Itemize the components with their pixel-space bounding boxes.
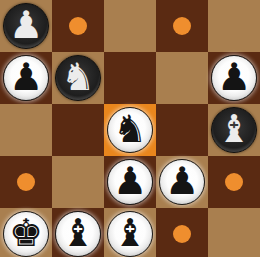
square-r3c3[interactable]: ♟ [156, 156, 208, 208]
black-king-disc[interactable]: ♚ [3, 211, 49, 257]
white-pawn-icon: ♟ [9, 6, 43, 44]
black-pawn-icon: ♟ [165, 162, 199, 200]
square-r2c1[interactable] [52, 104, 104, 156]
square-r4c1[interactable]: ♝ [52, 208, 104, 257]
square-r2c2-selected[interactable]: ♞ [104, 104, 156, 156]
move-dot[interactable] [69, 17, 87, 35]
black-bishop-icon: ♝ [61, 214, 95, 252]
square-r2c4[interactable]: ♝ [208, 104, 260, 156]
square-r4c4[interactable] [208, 208, 260, 257]
move-dot[interactable] [225, 173, 243, 191]
square-r4c2[interactable]: ♝ [104, 208, 156, 257]
black-knight-disc[interactable]: ♞ [107, 107, 153, 153]
square-r1c1[interactable]: ♞ [52, 52, 104, 104]
black-pawn-disc[interactable]: ♟ [211, 55, 257, 101]
black-bishop-disc[interactable]: ♝ [107, 211, 153, 257]
square-r0c4[interactable] [208, 0, 260, 52]
square-r3c1[interactable] [52, 156, 104, 208]
black-pawn-disc[interactable]: ♟ [3, 55, 49, 101]
black-pawn-icon: ♟ [113, 162, 147, 200]
square-r0c2[interactable] [104, 0, 156, 52]
square-r1c0[interactable]: ♟ [0, 52, 52, 104]
white-bishop-icon: ♝ [217, 110, 251, 148]
square-r1c3[interactable] [156, 52, 208, 104]
white-knight-disc[interactable]: ♞ [55, 55, 101, 101]
square-r3c4[interactable] [208, 156, 260, 208]
black-pawn-disc[interactable]: ♟ [107, 159, 153, 205]
white-pawn-disc[interactable]: ♟ [3, 3, 49, 49]
chess-puzzle-window: ♟♟♞♟♞♝♟♟♚♝♝ [0, 0, 260, 257]
square-r3c2[interactable]: ♟ [104, 156, 156, 208]
black-bishop-icon: ♝ [113, 214, 147, 252]
square-r0c1[interactable] [52, 0, 104, 52]
move-dot[interactable] [173, 17, 191, 35]
white-knight-icon: ♞ [61, 58, 95, 96]
black-bishop-disc[interactable]: ♝ [55, 211, 101, 257]
black-king-icon: ♚ [9, 214, 43, 252]
board: ♟♟♞♟♞♝♟♟♚♝♝ [0, 0, 260, 257]
square-r1c2[interactable] [104, 52, 156, 104]
square-r4c3[interactable] [156, 208, 208, 257]
black-pawn-icon: ♟ [9, 58, 43, 96]
square-r4c0[interactable]: ♚ [0, 208, 52, 257]
square-r0c3[interactable] [156, 0, 208, 52]
black-pawn-icon: ♟ [217, 58, 251, 96]
square-r0c0[interactable]: ♟ [0, 0, 52, 52]
square-r3c0[interactable] [0, 156, 52, 208]
move-dot[interactable] [173, 225, 191, 243]
square-r1c4[interactable]: ♟ [208, 52, 260, 104]
white-bishop-disc[interactable]: ♝ [211, 107, 257, 153]
black-knight-icon: ♞ [113, 110, 147, 148]
square-r2c3[interactable] [156, 104, 208, 156]
move-dot[interactable] [17, 173, 35, 191]
square-r2c0[interactable] [0, 104, 52, 156]
black-pawn-disc[interactable]: ♟ [159, 159, 205, 205]
